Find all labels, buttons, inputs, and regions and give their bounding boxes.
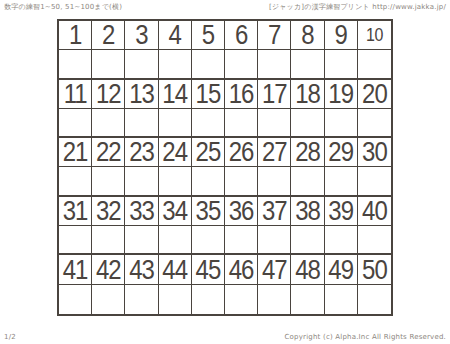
number-cell: 26 — [225, 138, 258, 167]
page-number: 1/2 — [4, 333, 16, 341]
practice-cell — [92, 109, 125, 138]
number-cell: 22 — [92, 138, 125, 167]
number-glyph: 43 — [129, 256, 154, 283]
number-practice-grid: 1234567891011121314151617181920212223242… — [57, 19, 393, 316]
number-glyph: 6 — [235, 21, 247, 48]
number-glyph: 32 — [96, 197, 121, 224]
number-cell: 9 — [325, 21, 358, 50]
number-cell: 24 — [159, 138, 192, 167]
number-cell: 47 — [258, 255, 291, 284]
practice-cell — [159, 50, 192, 79]
number-glyph: 50 — [362, 256, 387, 283]
number-glyph: 7 — [268, 21, 280, 48]
practice-cell — [92, 226, 125, 255]
practice-cell — [325, 109, 358, 138]
practice-cell — [192, 226, 225, 255]
practice-cell — [125, 109, 158, 138]
practice-cell — [258, 226, 291, 255]
practice-cell — [92, 285, 125, 314]
number-cell: 14 — [159, 80, 192, 109]
practice-cell — [125, 285, 158, 314]
practice-cell — [125, 226, 158, 255]
number-glyph: 14 — [162, 80, 187, 107]
number-cell: 48 — [291, 255, 324, 284]
number-glyph: 36 — [229, 197, 254, 224]
number-glyph: 10 — [366, 26, 383, 44]
number-cell: 39 — [325, 197, 358, 226]
number-glyph: 37 — [262, 197, 287, 224]
number-cell: 18 — [291, 80, 324, 109]
number-glyph: 45 — [196, 256, 221, 283]
practice-cell — [358, 50, 391, 79]
number-glyph: 22 — [96, 139, 121, 166]
practice-cell — [225, 226, 258, 255]
practice-cell — [192, 167, 225, 196]
practice-cell — [291, 285, 324, 314]
number-glyph: 24 — [162, 139, 187, 166]
number-cell: 2 — [92, 21, 125, 50]
practice-cell — [59, 50, 92, 79]
number-cell: 37 — [258, 197, 291, 226]
number-glyph: 39 — [328, 197, 353, 224]
number-cell: 15 — [192, 80, 225, 109]
number-glyph: 18 — [295, 80, 320, 107]
number-cell: 17 — [258, 80, 291, 109]
number-cell: 33 — [125, 197, 158, 226]
practice-cell — [258, 167, 291, 196]
number-glyph: 23 — [129, 139, 154, 166]
number-glyph: 20 — [362, 80, 387, 107]
number-cell: 20 — [358, 80, 391, 109]
number-cell: 49 — [325, 255, 358, 284]
number-cell: 1 — [59, 21, 92, 50]
number-cell: 36 — [225, 197, 258, 226]
practice-cell — [358, 285, 391, 314]
practice-cell — [159, 167, 192, 196]
number-glyph: 27 — [262, 139, 287, 166]
number-cell: 13 — [125, 80, 158, 109]
number-cell: 23 — [125, 138, 158, 167]
number-glyph: 13 — [129, 80, 154, 107]
number-glyph: 2 — [102, 21, 114, 48]
number-cell: 10 — [358, 21, 391, 50]
practice-cell — [291, 109, 324, 138]
practice-cell — [258, 109, 291, 138]
number-glyph: 8 — [301, 21, 313, 48]
number-glyph: 30 — [362, 139, 387, 166]
number-cell: 4 — [159, 21, 192, 50]
practice-cell — [92, 50, 125, 79]
number-glyph: 4 — [169, 21, 181, 48]
number-cell: 19 — [325, 80, 358, 109]
practice-cell — [325, 167, 358, 196]
practice-cell — [225, 50, 258, 79]
practice-cell — [291, 50, 324, 79]
practice-cell — [192, 285, 225, 314]
number-cell: 12 — [92, 80, 125, 109]
practice-cell — [358, 167, 391, 196]
number-cell: 21 — [59, 138, 92, 167]
number-cell: 28 — [291, 138, 324, 167]
number-glyph: 28 — [295, 139, 320, 166]
practice-cell — [325, 285, 358, 314]
practice-cell — [92, 167, 125, 196]
number-glyph: 21 — [63, 139, 88, 166]
practice-cell — [358, 109, 391, 138]
number-cell: 34 — [159, 197, 192, 226]
practice-cell — [291, 167, 324, 196]
number-glyph: 26 — [229, 139, 254, 166]
number-cell: 25 — [192, 138, 225, 167]
number-cell: 43 — [125, 255, 158, 284]
number-glyph: 31 — [63, 197, 88, 224]
number-glyph: 1 — [69, 21, 81, 48]
number-glyph: 3 — [135, 21, 147, 48]
number-glyph: 33 — [129, 197, 154, 224]
number-cell: 41 — [59, 255, 92, 284]
source-site-label: [ジャッカ]の漢字練習プリント http://www.jakka.jp/ — [269, 2, 446, 12]
number-glyph: 9 — [335, 21, 347, 48]
practice-cell — [225, 109, 258, 138]
number-cell: 8 — [291, 21, 324, 50]
number-glyph: 16 — [229, 80, 254, 107]
number-cell: 29 — [325, 138, 358, 167]
number-cell: 6 — [225, 21, 258, 50]
practice-cell — [159, 226, 192, 255]
practice-cell — [258, 50, 291, 79]
practice-cell — [225, 285, 258, 314]
number-glyph: 11 — [64, 80, 87, 107]
number-glyph: 35 — [196, 197, 221, 224]
practice-cell — [325, 50, 358, 79]
number-cell: 16 — [225, 80, 258, 109]
number-cell: 44 — [159, 255, 192, 284]
number-glyph: 41 — [63, 256, 88, 283]
number-glyph: 34 — [162, 197, 187, 224]
copyright-notice: Copyright (c) Alpha.Inc All Rights Reser… — [285, 333, 446, 341]
number-cell: 38 — [291, 197, 324, 226]
number-cell: 7 — [258, 21, 291, 50]
number-cell: 50 — [358, 255, 391, 284]
practice-cell — [291, 226, 324, 255]
practice-cell — [59, 226, 92, 255]
number-glyph: 12 — [96, 80, 121, 107]
number-cell: 45 — [192, 255, 225, 284]
practice-cell — [59, 109, 92, 138]
practice-cell — [159, 285, 192, 314]
practice-cell — [59, 285, 92, 314]
number-glyph: 17 — [262, 80, 287, 107]
practice-cell — [358, 226, 391, 255]
practice-cell — [125, 167, 158, 196]
number-glyph: 15 — [196, 80, 221, 107]
number-cell: 42 — [92, 255, 125, 284]
number-glyph: 46 — [229, 256, 254, 283]
number-cell: 27 — [258, 138, 291, 167]
number-glyph: 5 — [202, 21, 214, 48]
number-glyph: 25 — [196, 139, 221, 166]
practice-cell — [125, 50, 158, 79]
number-cell: 3 — [125, 21, 158, 50]
number-glyph: 38 — [295, 197, 320, 224]
number-glyph: 40 — [362, 197, 387, 224]
practice-cell — [159, 109, 192, 138]
practice-cell — [258, 285, 291, 314]
number-glyph: 29 — [328, 139, 353, 166]
practice-cell — [192, 50, 225, 79]
number-cell: 31 — [59, 197, 92, 226]
number-cell: 30 — [358, 138, 391, 167]
number-cell: 40 — [358, 197, 391, 226]
practice-cell — [59, 167, 92, 196]
number-glyph: 49 — [328, 256, 353, 283]
number-cell: 5 — [192, 21, 225, 50]
number-cell: 46 — [225, 255, 258, 284]
practice-cell — [192, 109, 225, 138]
practice-cell — [325, 226, 358, 255]
number-glyph: 42 — [96, 256, 121, 283]
number-cell: 35 — [192, 197, 225, 226]
number-cell: 11 — [59, 80, 92, 109]
practice-cell — [225, 167, 258, 196]
number-glyph: 19 — [328, 80, 353, 107]
worksheet-title: 数字の練習1~50, 51~100まで(横) — [4, 2, 122, 12]
number-glyph: 44 — [162, 256, 187, 283]
number-glyph: 47 — [262, 256, 287, 283]
number-glyph: 48 — [295, 256, 320, 283]
number-cell: 32 — [92, 197, 125, 226]
